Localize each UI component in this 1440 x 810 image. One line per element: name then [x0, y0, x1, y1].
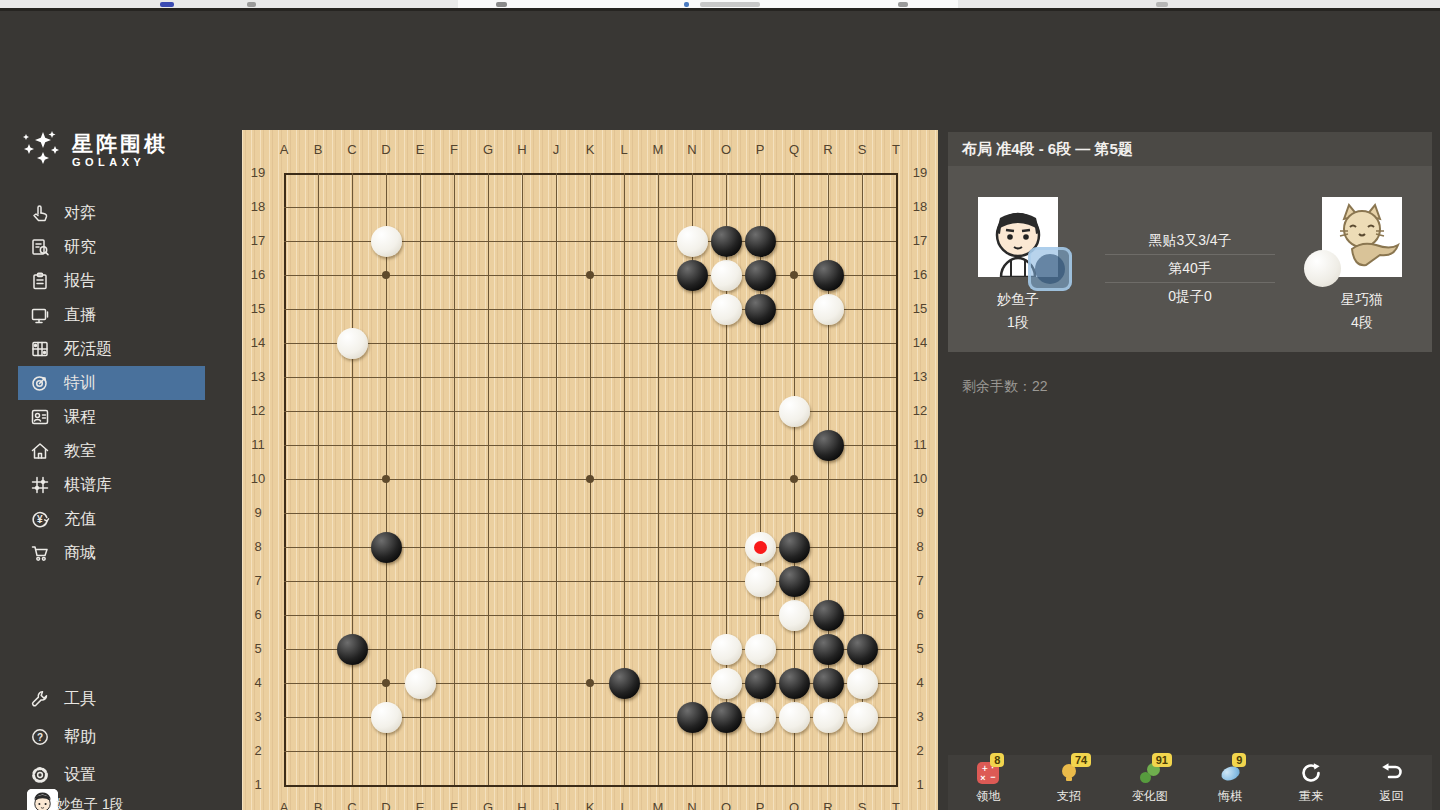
svg-text:?: ?	[37, 732, 43, 743]
logo-sparkles-icon	[22, 130, 64, 170]
coordinate-label: T	[880, 142, 912, 158]
coordinate-label: 12	[242, 403, 274, 419]
question-circle-icon: ?	[30, 727, 50, 747]
sidebar-footer: 工具 ? 帮助 设置	[0, 680, 242, 794]
coordinate-label: 13	[242, 369, 274, 385]
coordinate-label: 2	[904, 743, 936, 759]
stone-white-P3	[745, 702, 776, 733]
user-name-rank: 妙鱼子 1段	[56, 796, 124, 810]
cart-icon	[30, 543, 50, 563]
coordinate-label: 4	[904, 675, 936, 691]
grid-line	[284, 649, 898, 650]
coordinate-label: 6	[242, 607, 274, 623]
coordinate-label: R	[812, 142, 844, 158]
white-stone-badge	[1304, 250, 1341, 287]
coordinate-label: K	[574, 800, 606, 810]
sidebar: 星阵围棋 GOLAXY 对弈 研究 报告 直播 死活	[0, 11, 242, 810]
logo-subtitle: GOLAXY	[72, 157, 168, 168]
coordinate-label: 11	[904, 437, 936, 453]
stone-black-P15	[745, 294, 776, 325]
stone-black-R4	[813, 668, 844, 699]
sidebar-item-label: 棋谱库	[64, 475, 112, 496]
game-meta: 黑贴3又3/4子 第40手 0提子0	[1105, 227, 1275, 310]
tab-icons	[1156, 2, 1168, 7]
sidebar-item-label: 对弈	[64, 203, 96, 224]
sidebar-item-research[interactable]: 研究	[0, 230, 242, 264]
coordinate-label: 19	[904, 165, 936, 181]
stone-black-O17	[711, 226, 742, 257]
coordinate-label: 7	[242, 573, 274, 589]
captures-label: 0提子0	[1105, 283, 1275, 310]
stone-black-Q4	[779, 668, 810, 699]
coordinate-label: E	[404, 142, 436, 158]
coordinate-label: F	[438, 142, 470, 158]
sidebar-item-label: 研究	[64, 237, 96, 258]
sidebar-item-courses[interactable]: 课程	[0, 400, 242, 434]
sidebar-item-label: 商城	[64, 543, 96, 564]
stone-black-P16	[745, 260, 776, 291]
coordinate-label: 17	[904, 233, 936, 249]
stone-black-N3	[677, 702, 708, 733]
coordinate-label: 18	[242, 199, 274, 215]
stone-black-R6	[813, 600, 844, 631]
star-point	[586, 271, 594, 279]
sidebar-item-label: 课程	[64, 407, 96, 428]
coordinate-label: S	[846, 800, 878, 810]
grid-line	[556, 173, 557, 787]
sidebar-item-training[interactable]: 特训	[18, 366, 205, 400]
sidebar-item-label: 工具	[64, 689, 96, 710]
bottom-toolbar: ＋×·−8 领地 74 支招 91 变化图 9 悔棋 重来 返回	[948, 755, 1432, 810]
coordinate-label: 17	[242, 233, 274, 249]
black-player-avatar	[978, 197, 1058, 277]
stone-white-S4	[847, 668, 878, 699]
grid-line	[318, 173, 319, 787]
sidebar-item-shop[interactable]: 商城	[0, 536, 242, 570]
grid-line	[284, 445, 898, 446]
coordinate-label: F	[438, 800, 470, 810]
coordinate-label: 5	[242, 641, 274, 657]
tab-close-icon[interactable]	[247, 2, 256, 7]
coordinate-label: M	[642, 800, 674, 810]
stone-black-R16	[813, 260, 844, 291]
undo-button[interactable]: 9 悔棋	[1198, 760, 1262, 805]
coordinate-label: J	[540, 142, 572, 158]
coordinate-label: 10	[904, 471, 936, 487]
screen-live-icon	[30, 305, 50, 325]
stone-white-C14	[337, 328, 368, 359]
stone-white-E4	[405, 668, 436, 699]
star-point	[382, 475, 390, 483]
tab-favicon	[898, 2, 908, 7]
kifu-grid-icon	[30, 475, 50, 495]
restart-icon	[1299, 761, 1323, 785]
coordinate-label: H	[506, 142, 538, 158]
sidebar-item-library[interactable]: 棋谱库	[0, 468, 242, 502]
variation-button[interactable]: 91 变化图	[1118, 760, 1182, 805]
stone-black-D8	[371, 532, 402, 563]
restart-button[interactable]: 重来	[1279, 760, 1343, 805]
back-button[interactable]: 返回	[1360, 760, 1424, 805]
stone-black-P4	[745, 668, 776, 699]
sidebar-item-classroom[interactable]: 教室	[0, 434, 242, 468]
sidebar-item-report[interactable]: 报告	[0, 264, 242, 298]
grid-line	[284, 207, 898, 208]
white-player-avatar	[1322, 197, 1402, 277]
sidebar-item-label: 报告	[64, 271, 96, 292]
coordinate-label: A	[268, 142, 300, 158]
sidebar-item-label: 死活题	[64, 339, 112, 360]
white-player-block: 星巧猫 4段	[1302, 197, 1422, 332]
stone-white-P5	[745, 634, 776, 665]
grid-line	[454, 173, 455, 787]
coordinate-label: R	[812, 800, 844, 810]
stone-black-P17	[745, 226, 776, 257]
coordinate-label: 1	[242, 777, 274, 793]
coordinate-label: S	[846, 142, 878, 158]
sidebar-item-label: 帮助	[64, 727, 96, 748]
players-card: 妙鱼子 1段 黑贴3又3/4子 第40手 0提子0 星巧猫 4段	[948, 166, 1432, 352]
white-player-rank: 4段	[1302, 314, 1422, 332]
sidebar-item-recharge[interactable]: ¥ 充值	[0, 502, 242, 536]
stone-white-Q6	[779, 600, 810, 631]
app-logo: 星阵围棋 GOLAXY	[22, 130, 168, 170]
coordinate-label: B	[302, 142, 334, 158]
star-point	[382, 679, 390, 687]
white-player-name: 星巧猫	[1302, 291, 1422, 309]
coordinate-label: C	[336, 800, 368, 810]
sidebar-item-play[interactable]: 对弈	[0, 196, 242, 230]
grid-line	[284, 751, 898, 752]
sidebar-item-label: 设置	[64, 765, 96, 786]
coordinate-label: 19	[242, 165, 274, 181]
coordinate-label: 18	[904, 199, 936, 215]
black-player-block: 妙鱼子 1段	[958, 197, 1078, 332]
coordinate-label: 14	[904, 335, 936, 351]
hint-button[interactable]: 74 支招	[1037, 760, 1101, 805]
stone-black-Q7	[779, 566, 810, 597]
coordinate-label: B	[302, 800, 334, 810]
stone-white-D3	[371, 702, 402, 733]
coordinate-label: O	[710, 800, 742, 810]
stone-white-O16	[711, 260, 742, 291]
coordinate-label: 13	[904, 369, 936, 385]
back-arrow-icon	[1380, 761, 1404, 785]
coordinate-label: 9	[242, 505, 274, 521]
browser-tab-bar	[0, 0, 1440, 11]
tab-favicon	[160, 2, 174, 7]
coordinate-label: P	[744, 142, 776, 158]
stone-white-R15	[813, 294, 844, 325]
doc-magnifier-icon	[30, 237, 50, 257]
clipboard-icon	[30, 271, 50, 291]
sidebar-item-live[interactable]: 直播	[0, 298, 242, 332]
coordinate-label: P	[744, 800, 776, 810]
hand-play-icon	[30, 203, 50, 223]
sidebar-item-tools[interactable]: 工具	[0, 680, 242, 718]
grid-line	[284, 343, 898, 344]
grid-line	[284, 173, 286, 787]
grid-line	[284, 377, 898, 378]
user-avatar	[27, 789, 58, 810]
panel-title: 布局 准4段 - 6段 — 第5题	[948, 132, 1432, 166]
coordinate-label: 5	[904, 641, 936, 657]
stone-white-O15	[711, 294, 742, 325]
coordinate-label: 6	[904, 607, 936, 623]
stone-white-Q3	[779, 702, 810, 733]
tab-title-fragment	[700, 2, 760, 7]
sidebar-item-label: 特训	[64, 373, 96, 394]
sidebar-item-label: 教室	[64, 441, 96, 462]
stone-black-O3	[711, 702, 742, 733]
remaining-moves-label: 剩余手数：22	[962, 378, 1048, 396]
coordinate-label: D	[370, 800, 402, 810]
move-number-label: 第40手	[1105, 255, 1275, 282]
game-info-panel: 布局 准4段 - 6段 — 第5题 妙鱼子 1段 黑贴3又3/4子 第40手 0…	[948, 132, 1432, 810]
stone-black-C5	[337, 634, 368, 665]
go-board[interactable]: AABBCCDDEEFFGGHHJJKKLLMMNNOOPPQQRRSSTT19…	[242, 130, 938, 810]
coordinate-label: E	[404, 800, 436, 810]
stone-black-N16	[677, 260, 708, 291]
stone-black-S5	[847, 634, 878, 665]
coordinate-label: 2	[242, 743, 274, 759]
gear-icon	[30, 765, 50, 785]
coordinate-label: 11	[242, 437, 274, 453]
grid-line	[522, 173, 523, 787]
tab-favicon	[496, 2, 507, 7]
stone-black-Q8	[779, 532, 810, 563]
grid-line	[488, 173, 489, 787]
stone-white-Q12	[779, 396, 810, 427]
coordinate-label: 10	[242, 471, 274, 487]
star-point	[790, 475, 798, 483]
black-player-rank: 1段	[958, 314, 1078, 332]
coordinate-label: N	[676, 800, 708, 810]
coordinate-label: 16	[904, 267, 936, 283]
coordinate-label: J	[540, 800, 572, 810]
coordinate-label: 15	[242, 301, 274, 317]
coordinate-label: 8	[242, 539, 274, 555]
coordinate-label: T	[880, 800, 912, 810]
tab-favicon	[684, 2, 689, 7]
grid-line	[284, 173, 898, 175]
grid-line	[284, 309, 898, 310]
territory-button[interactable]: ＋×·−8 领地	[956, 760, 1020, 805]
coordinate-label: A	[268, 800, 300, 810]
coordinate-label: N	[676, 142, 708, 158]
grid-line	[284, 785, 898, 787]
house-icon	[30, 441, 50, 461]
coordinate-label: C	[336, 142, 368, 158]
grid-line	[658, 173, 659, 787]
coordinate-label: 9	[904, 505, 936, 521]
stone-white-O5	[711, 634, 742, 665]
logo-title: 星阵围棋	[72, 133, 168, 154]
stone-white-R3	[813, 702, 844, 733]
stone-black-L4	[609, 668, 640, 699]
sidebar-item-label: 充值	[64, 509, 96, 530]
black-stone-badge	[1028, 247, 1072, 291]
coordinate-label: G	[472, 142, 504, 158]
black-player-name: 妙鱼子	[958, 291, 1078, 309]
grid-line	[896, 173, 898, 787]
grid-line	[352, 173, 353, 787]
variation-count-badge: 91	[1152, 753, 1172, 767]
coordinate-label: H	[506, 800, 538, 810]
undo-count-badge: 9	[1232, 753, 1246, 767]
coordinate-label: 1	[904, 777, 936, 793]
stone-white-N17	[677, 226, 708, 257]
coordinate-label: M	[642, 142, 674, 158]
coordinate-label: Q	[778, 800, 810, 810]
coordinate-label: 15	[904, 301, 936, 317]
star-point	[790, 271, 798, 279]
stone-white-O4	[711, 668, 742, 699]
stone-white-P8	[745, 532, 776, 563]
territory-count-badge: 8	[990, 753, 1004, 767]
coordinate-label: 3	[904, 709, 936, 725]
coordinate-label: 14	[242, 335, 274, 351]
sidebar-item-problems[interactable]: 死活题	[0, 332, 242, 366]
sidebar-item-label: 直播	[64, 305, 96, 326]
coordinate-label: K	[574, 142, 606, 158]
star-point	[382, 271, 390, 279]
board-problem-icon	[30, 339, 50, 359]
yen-recharge-icon: ¥	[30, 509, 50, 529]
stone-white-D17	[371, 226, 402, 257]
star-point	[586, 475, 594, 483]
teacher-board-icon	[30, 407, 50, 427]
last-move-marker	[754, 541, 767, 554]
coordinate-label: 4	[242, 675, 274, 691]
stone-black-R11	[813, 430, 844, 461]
sidebar-item-help[interactable]: ? 帮助	[0, 718, 242, 756]
wrench-icon	[30, 689, 50, 709]
coordinate-label: 8	[904, 539, 936, 555]
coordinate-label: O	[710, 142, 742, 158]
coordinate-label: 7	[904, 573, 936, 589]
sidebar-nav: 对弈 研究 报告 直播 死活题 特训	[0, 196, 242, 570]
coordinate-label: 3	[242, 709, 274, 725]
coordinate-label: L	[608, 142, 640, 158]
grid-line	[284, 513, 898, 514]
stone-white-P7	[745, 566, 776, 597]
coordinate-label: 16	[242, 267, 274, 283]
coordinate-label: 12	[904, 403, 936, 419]
coordinate-label: L	[608, 800, 640, 810]
coordinate-label: G	[472, 800, 504, 810]
stone-black-R5	[813, 634, 844, 665]
target-icon	[30, 373, 50, 393]
app-window: 星阵围棋 GOLAXY 对弈 研究 报告 直播 死活	[0, 0, 1440, 810]
coordinate-label: D	[370, 142, 402, 158]
hint-count-badge: 74	[1071, 753, 1091, 767]
coordinate-label: Q	[778, 142, 810, 158]
komi-label: 黑贴3又3/4子	[1105, 227, 1275, 254]
star-point	[586, 679, 594, 687]
stone-white-S3	[847, 702, 878, 733]
svg-text:¥: ¥	[37, 514, 43, 525]
